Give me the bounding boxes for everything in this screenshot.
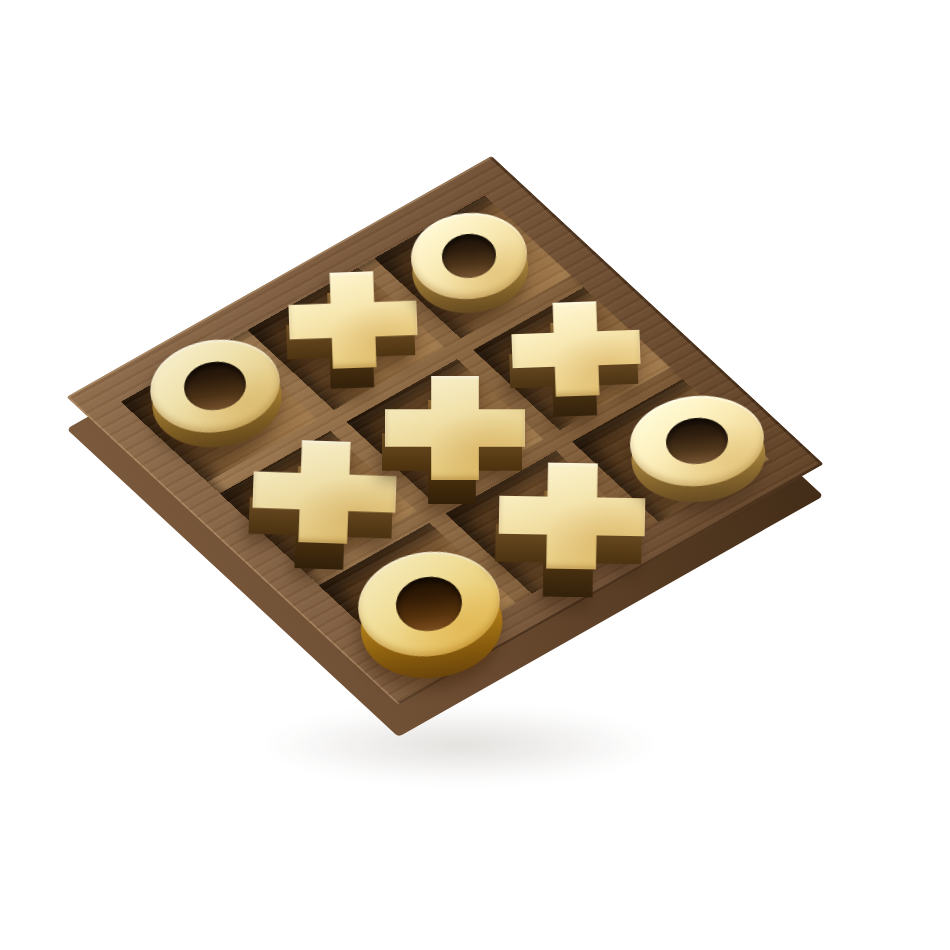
piece-o-r0-c0[interactable]: [144, 331, 286, 440]
piece-o-r0-c2[interactable]: [407, 208, 530, 304]
piece-x-r2-c1[interactable]: [498, 462, 646, 571]
product-photo-canvas: [0, 0, 950, 950]
piece-x-r1-c2[interactable]: [510, 300, 641, 398]
piece-x-r0-c1[interactable]: [287, 270, 418, 370]
pieces-layer: [0, 0, 950, 950]
piece-o-r2-c2[interactable]: [626, 390, 767, 491]
piece-o-r2-c0[interactable]: [352, 544, 506, 665]
piece-x-r1-c0[interactable]: [251, 439, 397, 546]
